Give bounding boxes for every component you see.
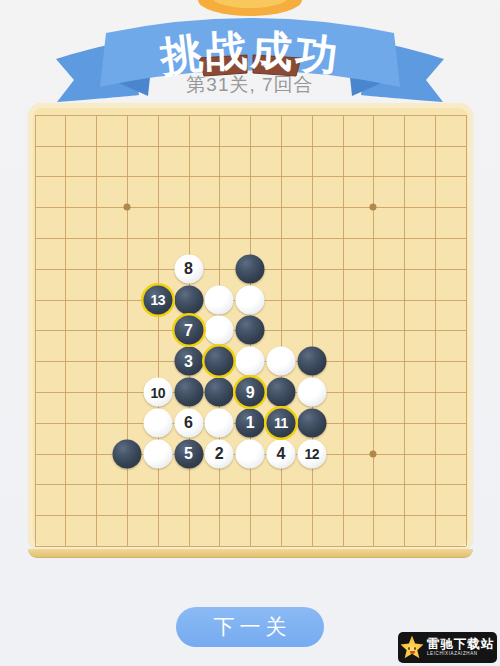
next-level-button[interactable]: 下一关	[176, 607, 324, 647]
stone-white	[205, 285, 234, 314]
move-number: 11	[274, 416, 288, 430]
move-number: 2	[215, 446, 224, 462]
grid-line-h	[35, 546, 466, 547]
stone-white-move-2: 2	[205, 439, 234, 468]
star-mascot-icon	[400, 636, 424, 660]
move-number: 4	[276, 446, 285, 462]
stone-black	[174, 378, 203, 407]
stone-black	[236, 316, 265, 345]
stone-black-move-5: 5	[174, 439, 203, 468]
stone-white	[236, 285, 265, 314]
stone-black-move-13: 13	[143, 285, 172, 314]
stone-black-move-1: 1	[236, 408, 265, 437]
stone-black	[297, 408, 326, 437]
stone-white	[143, 408, 172, 437]
stone-black	[174, 285, 203, 314]
stone-white	[297, 378, 326, 407]
grid-line-v	[435, 115, 436, 546]
stone-white-move-8: 8	[174, 254, 203, 283]
stone-black	[297, 347, 326, 376]
stone-white	[143, 439, 172, 468]
stone-white	[205, 316, 234, 345]
grid-line-v	[281, 115, 282, 546]
stone-white	[236, 439, 265, 468]
stone-white-move-4: 4	[266, 439, 295, 468]
move-number: 12	[304, 447, 319, 461]
grid-line-h	[35, 484, 466, 485]
move-number: 5	[184, 446, 193, 462]
grid-line-v	[466, 115, 467, 546]
grid-line-v	[373, 115, 374, 546]
watermark-badge: 雷驰下载站 LEICHIXIAZAIZHAN	[398, 632, 497, 663]
stone-black-move-7: 7	[174, 316, 203, 345]
grid-line-v	[404, 115, 405, 546]
stone-white-move-10: 10	[143, 378, 172, 407]
watermark-subtitle: LEICHIXIAZAIZHAN	[427, 651, 495, 657]
grid-line-v	[343, 115, 344, 546]
move-number: 1	[246, 415, 255, 431]
crown-icon	[198, 0, 302, 16]
stone-white	[266, 347, 295, 376]
stone-black-move-3: 3	[174, 347, 203, 376]
star-point	[370, 204, 377, 211]
move-number: 9	[246, 384, 255, 400]
grid-line-v	[312, 115, 313, 546]
stone-white-move-12: 12	[297, 439, 326, 468]
move-number: 10	[150, 385, 165, 399]
stone-black-move-9: 9	[236, 378, 265, 407]
watermark-title: 雷驰下载站	[427, 638, 495, 651]
move-number: 8	[184, 261, 193, 277]
stone-black-move-11: 11	[266, 408, 295, 437]
gomoku-board: 81373109611152412	[28, 103, 473, 551]
move-number: 13	[150, 293, 165, 307]
board-bottom-edge	[28, 549, 473, 558]
star-point	[123, 204, 130, 211]
move-number: 6	[184, 415, 193, 431]
level-round-subtitle: 第31关, 7回合	[0, 72, 500, 98]
stone-white	[205, 408, 234, 437]
stone-black	[205, 378, 234, 407]
stone-white-move-6: 6	[174, 408, 203, 437]
stone-white	[236, 347, 265, 376]
move-number: 7	[184, 322, 193, 338]
stone-black	[266, 378, 295, 407]
grid-line-h	[35, 515, 466, 516]
stone-black	[112, 439, 141, 468]
stone-black	[205, 347, 234, 376]
star-point	[370, 450, 377, 457]
stone-black	[236, 254, 265, 283]
move-number: 3	[184, 353, 193, 369]
